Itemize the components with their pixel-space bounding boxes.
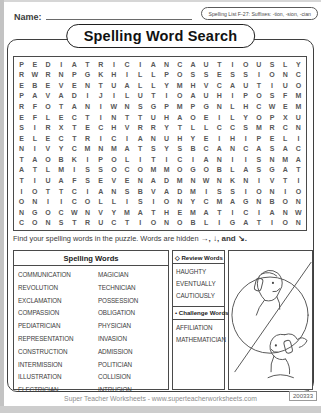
grid-cell[interactable]: N (81, 80, 94, 91)
grid-cell[interactable]: C (292, 144, 305, 155)
grid-cell[interactable]: B (186, 217, 199, 228)
grid-cell[interactable]: S (252, 154, 265, 165)
grid-cell[interactable]: M (147, 165, 160, 176)
grid-cell[interactable]: I (239, 154, 252, 165)
grid-cell[interactable]: P (15, 91, 28, 102)
grid-cell[interactable]: S (239, 122, 252, 133)
grid-cell[interactable]: I (28, 122, 41, 133)
grid-cell[interactable]: I (120, 133, 133, 144)
grid-cell[interactable]: T (81, 59, 94, 70)
grid-cell[interactable]: N (292, 122, 305, 133)
grid-cell[interactable]: I (120, 70, 133, 81)
grid-cell[interactable]: I (265, 217, 278, 228)
grid-cell[interactable]: U (134, 91, 147, 102)
grid-cell[interactable]: P (265, 112, 278, 123)
grid-cell[interactable]: G (200, 101, 213, 112)
grid-cell[interactable]: E (15, 80, 28, 91)
grid-cell[interactable]: O (279, 196, 292, 207)
grid-cell[interactable]: G (226, 217, 239, 228)
grid-cell[interactable]: T (120, 112, 133, 123)
grid-cell[interactable]: N (265, 186, 278, 197)
grid-cell[interactable]: L (226, 112, 239, 123)
grid-cell[interactable]: L (279, 59, 292, 70)
grid-cell[interactable]: E (265, 133, 278, 144)
grid-cell[interactable]: N (239, 175, 252, 186)
grid-cell[interactable]: I (28, 144, 41, 155)
grid-cell[interactable]: B (28, 80, 41, 91)
grid-cell[interactable]: L (279, 133, 292, 144)
grid-cell[interactable]: N (134, 175, 147, 186)
grid-cell[interactable]: I (226, 59, 239, 70)
grid-cell[interactable]: C (68, 112, 81, 123)
grid-cell[interactable]: N (81, 207, 94, 218)
grid-cell[interactable]: O (252, 112, 265, 123)
grid-cell[interactable]: C (226, 122, 239, 133)
grid-cell[interactable]: I (134, 59, 147, 70)
grid-cell[interactable]: I (55, 59, 68, 70)
grid-cell[interactable]: L (226, 101, 239, 112)
grid-cell[interactable]: E (68, 80, 81, 91)
grid-cell[interactable]: N (15, 207, 28, 218)
grid-cell[interactable]: A (292, 154, 305, 165)
grid-cell[interactable]: O (252, 186, 265, 197)
grid-cell[interactable]: O (41, 154, 54, 165)
grid-cell[interactable]: B (186, 144, 199, 155)
grid-cell[interactable]: K (94, 70, 107, 81)
grid-cell[interactable]: O (107, 154, 120, 165)
grid-cell[interactable]: N (81, 101, 94, 112)
grid-cell[interactable]: A (68, 101, 81, 112)
grid-cell[interactable]: U (279, 80, 292, 91)
grid-cell[interactable]: G (28, 207, 41, 218)
grid-cell[interactable]: N (94, 144, 107, 155)
grid-cell[interactable]: I (107, 91, 120, 102)
grid-cell[interactable]: N (107, 186, 120, 197)
grid-cell[interactable]: S (134, 196, 147, 207)
grid-cell[interactable]: C (173, 154, 186, 165)
grid-cell[interactable]: I (28, 175, 41, 186)
grid-cell[interactable]: G (265, 165, 278, 176)
grid-cell[interactable]: W (28, 70, 41, 81)
grid-cell[interactable]: G (186, 165, 199, 176)
grid-cell[interactable]: I (81, 186, 94, 197)
grid-cell[interactable]: T (28, 165, 41, 176)
grid-cell[interactable]: H (239, 101, 252, 112)
grid-cell[interactable]: L (120, 91, 133, 102)
grid-cell[interactable]: I (252, 207, 265, 218)
grid-cell[interactable]: S (81, 165, 94, 176)
grid-cell[interactable]: W (292, 207, 305, 218)
grid-cell[interactable]: U (239, 80, 252, 91)
grid-cell[interactable]: A (68, 59, 81, 70)
grid-cell[interactable]: T (147, 154, 160, 165)
name-blank[interactable] (46, 11, 192, 20)
grid-cell[interactable]: N (41, 217, 54, 228)
grid-cell[interactable]: K (68, 154, 81, 165)
grid-cell[interactable]: Y (292, 59, 305, 70)
grid-cell[interactable]: A (173, 112, 186, 123)
grid-cell[interactable]: U (200, 91, 213, 102)
grid-cell[interactable]: A (28, 91, 41, 102)
grid-cell[interactable]: A (239, 217, 252, 228)
grid-cell[interactable]: T (55, 101, 68, 112)
grid-cell[interactable]: U (41, 175, 54, 186)
grid-cell[interactable]: O (173, 70, 186, 81)
grid-cell[interactable]: N (279, 207, 292, 218)
grid-cell[interactable]: V (55, 80, 68, 91)
grid-cell[interactable]: O (134, 165, 147, 176)
grid-cell[interactable]: A (200, 207, 213, 218)
grid-cell[interactable]: H (160, 112, 173, 123)
grid-cell[interactable]: B (265, 196, 278, 207)
grid-cell[interactable]: F (28, 112, 41, 123)
grid-cell[interactable]: E (94, 175, 107, 186)
grid-cell[interactable]: T (55, 186, 68, 197)
grid-cell[interactable]: S (265, 59, 278, 70)
grid-cell[interactable]: O (252, 91, 265, 102)
grid-cell[interactable]: H (226, 133, 239, 144)
grid-cell[interactable]: O (265, 70, 278, 81)
grid-cell[interactable]: T (15, 175, 28, 186)
grid-cell[interactable]: M (279, 154, 292, 165)
grid-cell[interactable]: T (252, 217, 265, 228)
grid-cell[interactable]: W (107, 101, 120, 112)
grid-cell[interactable]: I (147, 196, 160, 207)
grid-cell[interactable]: E (173, 207, 186, 218)
grid-cell[interactable]: N (213, 101, 226, 112)
grid-cell[interactable]: A (147, 175, 160, 186)
grid-cell[interactable]: S (173, 144, 186, 155)
grid-cell[interactable]: M (160, 165, 173, 176)
grid-cell[interactable]: C (200, 144, 213, 155)
grid-cell[interactable]: M (186, 207, 199, 218)
grid-cell[interactable]: H (107, 122, 120, 133)
grid-cell[interactable]: I (94, 133, 107, 144)
grid-cell[interactable]: T (213, 59, 226, 70)
grid-cell[interactable]: P (68, 70, 81, 81)
grid-cell[interactable]: P (252, 133, 265, 144)
grid-cell[interactable]: I (265, 80, 278, 91)
grid-cell[interactable]: R (81, 133, 94, 144)
grid-cell[interactable]: B (55, 154, 68, 165)
grid-cell[interactable]: S (226, 186, 239, 197)
grid-cell[interactable]: C (239, 144, 252, 155)
grid-cell[interactable]: L (107, 196, 120, 207)
grid-cell[interactable]: I (292, 133, 305, 144)
grid-cell[interactable]: C (68, 186, 81, 197)
grid-cell[interactable]: A (134, 207, 147, 218)
grid-cell[interactable]: Y (160, 144, 173, 155)
grid-cell[interactable]: Y (186, 133, 199, 144)
grid-cell[interactable]: U (160, 133, 173, 144)
grid-cell[interactable]: A (160, 186, 173, 197)
grid-cell[interactable]: L (134, 70, 147, 81)
grid-cell[interactable]: C (55, 133, 68, 144)
grid-cell[interactable]: A (186, 59, 199, 70)
grid-cell[interactable]: I (226, 154, 239, 165)
grid-cell[interactable]: A (15, 165, 28, 176)
grid-cell[interactable]: C (213, 80, 226, 91)
grid-cell[interactable]: S (134, 101, 147, 112)
grid-cell[interactable]: D (160, 175, 173, 186)
grid-cell[interactable]: O (279, 217, 292, 228)
grid-cell[interactable]: C (107, 133, 120, 144)
grid-cell[interactable]: P (160, 101, 173, 112)
grid-cell[interactable]: N (186, 175, 199, 186)
grid-cell[interactable]: O (41, 207, 54, 218)
grid-cell[interactable]: L (200, 122, 213, 133)
grid-cell[interactable]: X (279, 112, 292, 123)
grid-cell[interactable]: N (120, 101, 133, 112)
grid-cell[interactable]: N (292, 196, 305, 207)
grid-cell[interactable]: S (200, 70, 213, 81)
grid-cell[interactable]: T (68, 122, 81, 133)
grid-cell[interactable]: O (28, 186, 41, 197)
grid-cell[interactable]: V (265, 175, 278, 186)
grid-cell[interactable]: A (186, 91, 199, 102)
grid-cell[interactable]: E (15, 133, 28, 144)
grid-cell[interactable]: I (226, 207, 239, 218)
grid-cell[interactable]: O (107, 165, 120, 176)
grid-cell[interactable]: T (252, 80, 265, 91)
grid-cell[interactable]: I (213, 217, 226, 228)
grid-cell[interactable]: S (147, 144, 160, 155)
grid-cell[interactable]: S (226, 70, 239, 81)
grid-cell[interactable]: C (213, 122, 226, 133)
grid-cell[interactable]: S (55, 217, 68, 228)
grid-cell[interactable]: L (200, 217, 213, 228)
grid-cell[interactable]: L (186, 122, 199, 133)
grid-cell[interactable]: T (173, 122, 186, 133)
grid-cell[interactable]: N (173, 196, 186, 207)
grid-cell[interactable]: I (186, 154, 199, 165)
grid-cell[interactable]: T (68, 133, 81, 144)
grid-cell[interactable]: A (200, 154, 213, 165)
grid-cell[interactable]: D (173, 186, 186, 197)
grid-cell[interactable]: I (134, 217, 147, 228)
grid-cell[interactable]: S (252, 165, 265, 176)
grid-cell[interactable]: M (213, 196, 226, 207)
grid-cell[interactable]: N (226, 144, 239, 155)
grid-cell[interactable]: A (226, 196, 239, 207)
grid-cell[interactable]: G (239, 196, 252, 207)
grid-cell[interactable]: N (279, 70, 292, 81)
grid-cell[interactable]: I (292, 175, 305, 186)
grid-cell[interactable]: L (94, 196, 107, 207)
grid-cell[interactable]: E (28, 59, 41, 70)
grid-cell[interactable]: P (160, 70, 173, 81)
grid-cell[interactable]: E (81, 122, 94, 133)
grid-cell[interactable]: R (265, 122, 278, 133)
grid-cell[interactable]: C (15, 217, 28, 228)
grid-cell[interactable]: S (265, 144, 278, 155)
grid-cell[interactable]: P (186, 101, 199, 112)
grid-cell[interactable]: C (68, 144, 81, 155)
grid-cell[interactable]: I (226, 91, 239, 102)
grid-cell[interactable]: U (107, 80, 120, 91)
grid-cell[interactable]: R (15, 101, 28, 112)
grid-cell[interactable]: A (226, 80, 239, 91)
grid-cell[interactable]: N (213, 175, 226, 186)
grid-cell[interactable]: O (173, 217, 186, 228)
grid-cell[interactable]: S (94, 165, 107, 176)
grid-cell[interactable]: L (28, 133, 41, 144)
grid-cell[interactable]: I (200, 186, 213, 197)
grid-cell[interactable]: R (134, 122, 147, 133)
grid-cell[interactable]: A (213, 144, 226, 155)
grid-cell[interactable]: U (292, 112, 305, 123)
grid-cell[interactable]: T (292, 165, 305, 176)
grid-cell[interactable]: I (55, 196, 68, 207)
grid-cell[interactable]: Y (160, 80, 173, 91)
grid-cell[interactable]: M (252, 122, 265, 133)
grid-cell[interactable]: O (28, 217, 41, 228)
grid-cell[interactable]: E (200, 112, 213, 123)
grid-cell[interactable]: G (147, 101, 160, 112)
grid-cell[interactable]: H (107, 70, 120, 81)
grid-cell[interactable]: N (28, 196, 41, 207)
grid-cell[interactable]: R (81, 217, 94, 228)
grid-cell[interactable]: H (160, 207, 173, 218)
grid-cell[interactable]: F (28, 101, 41, 112)
grid-cell[interactable]: A (134, 133, 147, 144)
grid-cell[interactable]: O (239, 59, 252, 70)
grid-cell[interactable]: I (252, 175, 265, 186)
grid-cell[interactable]: V (41, 144, 54, 155)
grid-cell[interactable]: A (55, 91, 68, 102)
grid-cell[interactable]: D (41, 59, 54, 70)
grid-cell[interactable]: H (213, 91, 226, 102)
grid-cell[interactable]: A (94, 186, 107, 197)
grid-cell[interactable]: U (200, 59, 213, 70)
grid-cell[interactable]: V (41, 91, 54, 102)
grid-cell[interactable]: P (94, 154, 107, 165)
grid-cell[interactable]: C (279, 122, 292, 133)
grid-cell[interactable]: E (55, 112, 68, 123)
grid-cell[interactable]: A (265, 207, 278, 218)
grid-cell[interactable]: P (239, 91, 252, 102)
grid-cell[interactable]: M (173, 80, 186, 91)
grid-cell[interactable]: C (200, 196, 213, 207)
grid-cell[interactable]: I (252, 70, 265, 81)
grid-cell[interactable]: L (147, 70, 160, 81)
grid-cell[interactable]: T (41, 186, 54, 197)
grid-cell[interactable]: U (147, 112, 160, 123)
grid-cell[interactable]: Y (55, 144, 68, 155)
grid-cell[interactable]: M (120, 207, 133, 218)
grid-cell[interactable]: U (94, 217, 107, 228)
grid-cell[interactable]: C (94, 122, 107, 133)
grid-cell[interactable]: A (239, 165, 252, 176)
grid-cell[interactable]: E (15, 112, 28, 123)
grid-cell[interactable]: O (41, 101, 54, 112)
grid-cell[interactable]: C (68, 196, 81, 207)
grid-cell[interactable]: I (213, 112, 226, 123)
grid-cell[interactable]: S (81, 175, 94, 186)
grid-cell[interactable]: A (279, 144, 292, 155)
grid-cell[interactable]: I (81, 91, 94, 102)
grid-cell[interactable]: V (107, 175, 120, 186)
grid-cell[interactable]: E (41, 133, 54, 144)
grid-cell[interactable]: S (265, 91, 278, 102)
grid-cell[interactable]: T (147, 91, 160, 102)
grid-cell[interactable]: I (94, 101, 107, 112)
grid-cell[interactable]: N (252, 196, 265, 207)
grid-cell[interactable]: W (200, 175, 213, 186)
grid-cell[interactable]: R (41, 70, 54, 81)
grid-cell[interactable]: T (15, 154, 28, 165)
grid-cell[interactable]: M (292, 91, 305, 102)
grid-cell[interactable]: C (120, 59, 133, 70)
grid-cell[interactable]: U (252, 59, 265, 70)
grid-cell[interactable]: O (200, 165, 213, 176)
grid-cell[interactable]: Y (107, 207, 120, 218)
grid-cell[interactable]: C (107, 217, 120, 228)
grid-cell[interactable]: G (81, 70, 94, 81)
grid-cell[interactable]: R (147, 122, 160, 133)
grid-cell[interactable]: T (279, 175, 292, 186)
grid-cell[interactable]: I (160, 154, 173, 165)
grid-cell[interactable]: L (41, 112, 54, 123)
grid-cell[interactable]: S (120, 186, 133, 197)
grid-cell[interactable]: L (120, 154, 133, 165)
grid-cell[interactable]: E (200, 133, 213, 144)
grid-cell[interactable]: T (134, 144, 147, 155)
grid-cell[interactable]: H (173, 133, 186, 144)
grid-cell[interactable]: Y (160, 122, 173, 133)
grid-cell[interactable]: E (213, 70, 226, 81)
grid-cell[interactable]: H (186, 80, 199, 91)
grid-cell[interactable]: O (81, 196, 94, 207)
grid-cell[interactable]: A (252, 144, 265, 155)
grid-cell[interactable]: O (292, 186, 305, 197)
grid-cell[interactable]: I (94, 112, 107, 123)
grid-cell[interactable]: C (239, 207, 252, 218)
grid-cell[interactable]: T (147, 207, 160, 218)
grid-cell[interactable]: L (226, 165, 239, 176)
grid-cell[interactable]: B (213, 165, 226, 176)
grid-cell[interactable]: N (292, 217, 305, 228)
grid-cell[interactable]: I (107, 59, 120, 70)
grid-cell[interactable]: N (160, 217, 173, 228)
grid-cell[interactable]: S (186, 70, 199, 81)
grid-cell[interactable]: A (28, 154, 41, 165)
grid-cell[interactable]: X (55, 122, 68, 133)
grid-cell[interactable]: O (173, 91, 186, 102)
grid-cell[interactable]: F (68, 175, 81, 186)
grid-cell[interactable]: I (81, 154, 94, 165)
grid-cell[interactable]: M (81, 144, 94, 155)
grid-cell[interactable]: L (41, 165, 54, 176)
grid-cell[interactable]: Y (186, 196, 199, 207)
grid-cell[interactable]: I (239, 133, 252, 144)
grid-cell[interactable]: Y (239, 112, 252, 123)
grid-cell[interactable]: O (292, 80, 305, 91)
grid-cell[interactable]: A (279, 165, 292, 176)
grid-cell[interactable]: R (41, 122, 54, 133)
grid-cell[interactable]: N (213, 154, 226, 165)
grid-cell[interactable]: V (120, 122, 133, 133)
grid-cell[interactable]: N (160, 59, 173, 70)
grid-cell[interactable]: T (81, 112, 94, 123)
grid-cell[interactable]: C (292, 70, 305, 81)
grid-cell[interactable]: O (160, 196, 173, 207)
grid-cell[interactable]: A (147, 59, 160, 70)
grid-cell[interactable]: E (279, 101, 292, 112)
grid-cell[interactable]: J (94, 91, 107, 102)
grid-cell[interactable]: M (173, 101, 186, 112)
grid-cell[interactable]: W (265, 101, 278, 112)
